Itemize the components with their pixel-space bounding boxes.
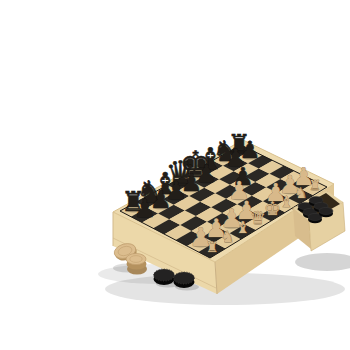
piece-wN-g1: ♞ [294,184,307,201]
piece-bP-a7: ♟ [133,194,155,223]
piece-wB-f1: ♝ [280,193,294,211]
photo-canvas: ♜♟♞♟♝♚♟♟♟♛♜♟♟♝♞♟♟♟♞♝♟♜♚♟♟♛♟♝♟♞♟♜ [0,0,350,350]
piece-wK-e1: ♚ [264,198,281,219]
piece-wR-h1: ♜ [309,177,321,193]
light-checker-stack-top [126,254,146,265]
drawer-checker [319,207,333,214]
dark-checker [154,269,175,281]
dark-checker [174,272,195,284]
piece-wR-a1: ♜ [206,239,219,255]
chess-set-product-photo: ♜♟♞♟♝♚♟♟♟♛♜♟♟♝♞♟♟♟♞♝♟♜♚♟♟♛♟♝♟♞♟♜ [0,0,350,350]
piece-wB-c1: ♝ [236,218,250,237]
piece-wN-b1: ♞ [221,228,235,246]
piece-wQ-d1: ♛ [250,208,266,228]
